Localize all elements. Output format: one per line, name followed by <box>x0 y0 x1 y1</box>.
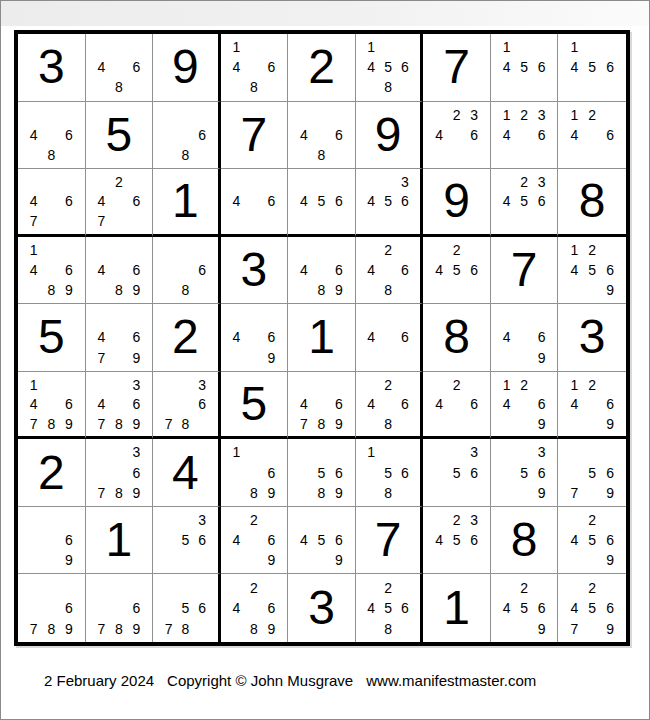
pencil-digit-slot <box>60 375 78 395</box>
pencil-digit-slot: 4 <box>565 57 583 77</box>
big-digit: 1 <box>443 584 470 632</box>
pencil-digit-slot <box>515 125 533 145</box>
pencil-digit-slot: 6 <box>60 530 78 550</box>
big-digit: 9 <box>172 43 199 91</box>
pencil-digit-slot <box>194 577 211 598</box>
pencil-digit-slot <box>263 77 281 97</box>
pencil-digit-slot <box>43 577 61 598</box>
pencil-digit-slot: 9 <box>330 483 348 503</box>
pencil-digit-slot <box>245 550 263 570</box>
pencil-digit-slot: 8 <box>43 145 61 165</box>
pencil-digit-slot: 9 <box>533 414 551 434</box>
pencil-digit-slot: 2 <box>583 510 601 530</box>
pencil-digit-slot <box>601 77 619 97</box>
cell-r2c1[interactable]: 468 <box>18 102 86 170</box>
pencil-digit-slot: 9 <box>128 618 146 639</box>
pencil-digit-slot: 8 <box>43 618 61 639</box>
pencil-digit-slot <box>160 510 177 530</box>
pencil-digit-slot <box>313 510 331 530</box>
pencil-digit-slot <box>295 105 313 125</box>
pencil-digit-slot <box>60 510 78 530</box>
pencil-digit-slot: 4 <box>498 57 516 77</box>
pencil-digit-slot: 8 <box>177 414 194 434</box>
cell-r6c1[interactable]: 146789 <box>18 372 86 440</box>
cell-r8c4[interactable]: 2469 <box>221 507 289 575</box>
pencil-digit-slot: 6 <box>194 125 211 145</box>
pencil-digit-slot <box>194 414 211 434</box>
footer-copyright: Copyright © John Musgrave <box>167 672 353 689</box>
cell-r3c4[interactable]: 46 <box>221 169 289 237</box>
cell-r9c5[interactable]: 3 <box>288 574 356 642</box>
pencil-digit-slot <box>295 280 313 300</box>
pencil-digit-slot <box>363 618 380 639</box>
cell-r2c2[interactable]: 5 <box>86 102 154 170</box>
pencil-marks: 346789 <box>93 375 146 434</box>
pencil-digit-slot <box>313 172 331 192</box>
cell-r9c3[interactable]: 5678 <box>153 574 221 642</box>
pencil-digit-slot: 4 <box>498 598 516 619</box>
pencil-digit-slot: 4 <box>25 394 43 414</box>
pencil-digit-slot <box>380 211 397 231</box>
cell-r1c3[interactable]: 9 <box>153 34 221 102</box>
pencil-digit-slot <box>465 145 483 165</box>
pencil-marks: 1456 <box>565 37 619 98</box>
pencil-digit-slot: 8 <box>245 77 263 97</box>
pencil-digit-slot <box>498 414 516 434</box>
pencil-digit-slot: 5 <box>448 463 466 483</box>
pencil-digit-slot <box>110 211 128 231</box>
pencil-digit-slot <box>93 37 111 57</box>
pencil-marks: 2469 <box>228 510 281 571</box>
cell-r6c3[interactable]: 3678 <box>153 372 221 440</box>
cell-r1c8[interactable]: 1456 <box>491 34 559 102</box>
cell-r4c9[interactable]: 124569 <box>558 237 626 305</box>
cell-r2c3[interactable]: 68 <box>153 102 221 170</box>
cell-r6c5[interactable]: 46789 <box>288 372 356 440</box>
pencil-digit-slot: 5 <box>515 57 533 77</box>
pencil-marks: 5679 <box>565 442 619 503</box>
cell-r2c9[interactable]: 1246 <box>558 102 626 170</box>
pencil-digit-slot <box>228 483 246 503</box>
pencil-digit-slot: 2 <box>448 375 466 395</box>
cell-r5c5[interactable]: 1 <box>288 304 356 372</box>
pencil-digit-slot: 8 <box>110 483 128 503</box>
pencil-digit-slot <box>515 327 533 347</box>
cell-r4c3[interactable]: 68 <box>153 237 221 305</box>
pencil-digit-slot: 7 <box>93 211 111 231</box>
pencil-digit-slot: 6 <box>465 530 483 550</box>
pencil-digit-slot <box>228 211 246 231</box>
pencil-digit-slot <box>43 192 61 212</box>
pencil-digit-slot <box>430 280 448 300</box>
pencil-digit-slot <box>295 463 313 483</box>
pencil-digit-slot <box>128 211 146 231</box>
pencil-digit-slot: 6 <box>601 598 619 619</box>
pencil-digit-slot <box>194 550 211 570</box>
pencil-digit-slot <box>160 577 177 598</box>
pencil-digit-slot: 2 <box>583 105 601 125</box>
pencil-digit-slot: 9 <box>330 414 348 434</box>
pencil-digit-slot: 6 <box>60 125 78 145</box>
pencil-digit-slot <box>160 394 177 414</box>
pencil-digit-slot: 1 <box>25 240 43 260</box>
pencil-digit-slot <box>363 463 380 483</box>
pencil-marks: 6789 <box>93 577 146 639</box>
pencil-digit-slot: 3 <box>128 375 146 395</box>
pencil-digit-slot: 9 <box>263 483 281 503</box>
pencil-digit-slot: 6 <box>263 463 281 483</box>
cell-r6c9[interactable]: 12469 <box>558 372 626 440</box>
pencil-digit-slot <box>515 414 533 434</box>
cell-r5c9[interactable]: 3 <box>558 304 626 372</box>
pencil-digit-slot: 4 <box>228 530 246 550</box>
pencil-digit-slot: 4 <box>430 260 448 280</box>
cell-r8c8[interactable]: 8 <box>491 507 559 575</box>
pencil-digit-slot <box>160 530 177 550</box>
pencil-digit-slot: 6 <box>396 327 413 347</box>
pencil-digit-slot <box>43 125 61 145</box>
pencil-digit-slot <box>601 145 619 165</box>
pencil-digit-slot <box>363 375 380 395</box>
pencil-digit-slot: 4 <box>363 57 380 77</box>
big-digit: 9 <box>443 177 470 225</box>
cell-r1c6[interactable]: 14568 <box>356 34 424 102</box>
pencil-digit-slot: 6 <box>194 598 211 619</box>
pencil-digit-slot <box>396 211 413 231</box>
pencil-digit-slot: 6 <box>60 192 78 212</box>
pencil-digit-slot: 7 <box>160 414 177 434</box>
pencil-digit-slot <box>565 510 583 530</box>
cell-r1c2[interactable]: 468 <box>86 34 154 102</box>
pencil-digit-slot <box>93 307 111 327</box>
pencil-digit-slot: 3 <box>194 510 211 530</box>
cell-r3c1[interactable]: 467 <box>18 169 86 237</box>
pencil-digit-slot: 6 <box>330 125 348 145</box>
big-digit: 7 <box>375 516 402 564</box>
cell-r5c1[interactable]: 5 <box>18 304 86 372</box>
pencil-digit-slot <box>110 394 128 414</box>
pencil-digit-slot: 2 <box>515 375 533 395</box>
pencil-digit-slot: 6 <box>601 530 619 550</box>
cell-r9c9[interactable]: 245679 <box>558 574 626 642</box>
cell-r5c4[interactable]: 469 <box>221 304 289 372</box>
pencil-digit-slot <box>43 240 61 260</box>
pencil-digit-slot <box>380 348 397 368</box>
cell-r8c1[interactable]: 69 <box>18 507 86 575</box>
cell-r6c6[interactable]: 2468 <box>356 372 424 440</box>
pencil-digit-slot <box>295 172 313 192</box>
cell-r3c8[interactable]: 23456 <box>491 169 559 237</box>
pencil-digit-slot <box>110 327 128 347</box>
pencil-digit-slot: 5 <box>583 530 601 550</box>
pencil-digit-slot: 9 <box>263 618 281 639</box>
cell-r8c5[interactable]: 4569 <box>288 507 356 575</box>
pencil-digit-slot: 4 <box>25 125 43 145</box>
pencil-digit-slot: 6 <box>128 598 146 619</box>
big-digit: 8 <box>443 313 470 361</box>
pencil-digit-slot <box>60 211 78 231</box>
pencil-digit-slot <box>396 77 413 97</box>
pencil-marks: 5678 <box>160 577 211 639</box>
pencil-digit-slot <box>177 550 194 570</box>
pencil-digit-slot <box>498 307 516 327</box>
pencil-digit-slot <box>194 618 211 639</box>
pencil-digit-slot: 9 <box>533 348 551 368</box>
pencil-digit-slot: 9 <box>601 618 619 639</box>
cell-r2c8[interactable]: 12346 <box>491 102 559 170</box>
pencil-digit-slot: 6 <box>263 598 281 619</box>
pencil-digit-slot <box>533 307 551 327</box>
pencil-marks: 12469 <box>498 375 551 434</box>
pencil-digit-slot: 1 <box>565 375 583 395</box>
pencil-digit-slot <box>93 77 111 97</box>
cell-r6c4[interactable]: 5 <box>221 372 289 440</box>
pencil-marks: 69 <box>25 510 78 571</box>
cell-r2c4[interactable]: 7 <box>221 102 289 170</box>
pencil-digit-slot: 4 <box>565 125 583 145</box>
page: 3468914682145687145614564685687468923461… <box>0 0 650 720</box>
cell-r1c5[interactable]: 2 <box>288 34 356 102</box>
pencil-digit-slot <box>465 375 483 395</box>
cell-r3c6[interactable]: 3456 <box>356 169 424 237</box>
pencil-digit-slot: 4 <box>565 598 583 619</box>
big-digit: 2 <box>38 449 65 497</box>
cell-r7c9[interactable]: 5679 <box>558 439 626 507</box>
pencil-digit-slot <box>313 394 331 414</box>
pencil-digit-slot: 5 <box>313 192 331 212</box>
pencil-digit-slot <box>245 530 263 550</box>
pencil-digit-slot <box>43 550 61 570</box>
cell-r7c2[interactable]: 36789 <box>86 439 154 507</box>
pencil-digit-slot: 4 <box>295 394 313 414</box>
pencil-digit-slot: 6 <box>396 463 413 483</box>
pencil-marks: 356 <box>160 510 211 571</box>
big-digit: 9 <box>375 111 402 159</box>
pencil-digit-slot <box>60 240 78 260</box>
big-digit: 7 <box>241 111 268 159</box>
cell-r2c7[interactable]: 2346 <box>423 102 491 170</box>
pencil-digit-slot <box>396 442 413 462</box>
cell-r7c3[interactable]: 4 <box>153 439 221 507</box>
cell-r4c8[interactable]: 7 <box>491 237 559 305</box>
pencil-marks: 14689 <box>25 240 78 301</box>
cell-r9c1[interactable]: 6789 <box>18 574 86 642</box>
pencil-digit-slot <box>228 77 246 97</box>
pencil-digit-slot <box>601 105 619 125</box>
cell-r9c4[interactable]: 24689 <box>221 574 289 642</box>
pencil-marks: 4569 <box>295 510 348 571</box>
pencil-digit-slot <box>465 550 483 570</box>
pencil-digit-slot: 1 <box>228 442 246 462</box>
pencil-digit-slot: 6 <box>396 192 413 212</box>
cell-r3c5[interactable]: 456 <box>288 169 356 237</box>
cell-r7c4[interactable]: 1689 <box>221 439 289 507</box>
pencil-digit-slot: 3 <box>465 442 483 462</box>
pencil-digit-slot: 1 <box>565 37 583 57</box>
pencil-digit-slot: 4 <box>93 394 111 414</box>
cell-r8c6[interactable]: 7 <box>356 507 424 575</box>
pencil-digit-slot: 3 <box>533 172 551 192</box>
cell-r2c6[interactable]: 9 <box>356 102 424 170</box>
pencil-digit-slot <box>245 172 263 192</box>
pencil-digit-slot <box>498 618 516 639</box>
pencil-digit-slot: 6 <box>128 394 146 414</box>
cell-r7c6[interactable]: 1568 <box>356 439 424 507</box>
pencil-digit-slot <box>43 510 61 530</box>
pencil-digit-slot: 6 <box>601 394 619 414</box>
pencil-digit-slot: 4 <box>430 530 448 550</box>
pencil-digit-slot <box>583 145 601 165</box>
pencil-digit-slot <box>465 240 483 260</box>
pencil-digit-slot <box>565 577 583 598</box>
cell-r3c9[interactable]: 8 <box>558 169 626 237</box>
pencil-digit-slot <box>93 375 111 395</box>
pencil-digit-slot <box>515 394 533 414</box>
pencil-digit-slot: 8 <box>313 145 331 165</box>
pencil-digit-slot <box>313 125 331 145</box>
pencil-digit-slot: 1 <box>565 240 583 260</box>
pencil-marks: 36789 <box>93 442 146 503</box>
pencil-digit-slot <box>363 307 380 327</box>
pencil-marks: 468 <box>93 37 146 98</box>
pencil-digit-slot <box>498 442 516 462</box>
pencil-digit-slot: 7 <box>93 483 111 503</box>
pencil-marks: 246 <box>430 375 483 434</box>
pencil-digit-slot: 3 <box>533 105 551 125</box>
pencil-digit-slot: 6 <box>128 463 146 483</box>
pencil-digit-slot <box>160 260 177 280</box>
pencil-digit-slot <box>263 172 281 192</box>
pencil-digit-slot <box>43 172 61 192</box>
pencil-digit-slot: 5 <box>380 192 397 212</box>
pencil-digit-slot <box>330 145 348 165</box>
cell-r9c2[interactable]: 6789 <box>86 574 154 642</box>
cell-r5c7[interactable]: 8 <box>423 304 491 372</box>
big-digit: 1 <box>105 516 132 564</box>
pencil-digit-slot <box>330 442 348 462</box>
cell-r4c6[interactable]: 2468 <box>356 237 424 305</box>
pencil-digit-slot: 4 <box>363 394 380 414</box>
cell-r7c8[interactable]: 3569 <box>491 439 559 507</box>
cell-r7c5[interactable]: 5689 <box>288 439 356 507</box>
cell-r3c7[interactable]: 9 <box>423 169 491 237</box>
cell-r3c2[interactable]: 2467 <box>86 169 154 237</box>
pencil-digit-slot: 2 <box>448 240 466 260</box>
pencil-digit-slot <box>448 550 466 570</box>
pencil-digit-slot: 9 <box>263 550 281 570</box>
pencil-marks: 4679 <box>93 307 146 368</box>
pencil-digit-slot: 1 <box>228 37 246 57</box>
pencil-marks: 24569 <box>565 510 619 571</box>
pencil-digit-slot <box>43 598 61 619</box>
big-digit: 7 <box>443 43 470 91</box>
cell-r8c7[interactable]: 23456 <box>423 507 491 575</box>
cell-r8c2[interactable]: 1 <box>86 507 154 575</box>
cell-r5c3[interactable]: 2 <box>153 304 221 372</box>
pencil-digit-slot <box>533 375 551 395</box>
pencil-digit-slot: 2 <box>583 577 601 598</box>
cell-r1c9[interactable]: 1456 <box>558 34 626 102</box>
pencil-digit-slot <box>160 375 177 395</box>
cell-r2c5[interactable]: 468 <box>288 102 356 170</box>
pencil-digit-slot <box>110 577 128 598</box>
pencil-digit-slot: 9 <box>128 348 146 368</box>
pencil-digit-slot <box>601 375 619 395</box>
pencil-digit-slot <box>448 280 466 300</box>
cell-r7c7[interactable]: 356 <box>423 439 491 507</box>
pencil-digit-slot <box>263 442 281 462</box>
pencil-digit-slot: 2 <box>583 240 601 260</box>
pencil-digit-slot <box>245 57 263 77</box>
pencil-digit-slot: 3 <box>533 442 551 462</box>
cell-r9c6[interactable]: 24568 <box>356 574 424 642</box>
cell-r4c2[interactable]: 4689 <box>86 237 154 305</box>
cell-r4c1[interactable]: 14689 <box>18 237 86 305</box>
cell-r6c2[interactable]: 346789 <box>86 372 154 440</box>
cell-r9c8[interactable]: 24569 <box>491 574 559 642</box>
cell-r1c1[interactable]: 3 <box>18 34 86 102</box>
cell-r4c4[interactable]: 3 <box>221 237 289 305</box>
pencil-digit-slot: 7 <box>25 618 43 639</box>
cell-r1c7[interactable]: 7 <box>423 34 491 102</box>
pencil-digit-slot <box>245 211 263 231</box>
pencil-digit-slot <box>515 211 533 231</box>
pencil-digit-slot: 6 <box>533 192 551 212</box>
pencil-digit-slot <box>583 442 601 462</box>
cell-r8c3[interactable]: 356 <box>153 507 221 575</box>
pencil-marks: 46789 <box>295 375 348 434</box>
pencil-marks: 356 <box>430 442 483 503</box>
cell-r5c8[interactable]: 469 <box>491 304 559 372</box>
cell-r9c7[interactable]: 1 <box>423 574 491 642</box>
pencil-digit-slot <box>110 348 128 368</box>
pencil-digit-slot <box>380 327 397 347</box>
pencil-digit-slot: 3 <box>396 172 413 192</box>
cell-r4c5[interactable]: 4689 <box>288 237 356 305</box>
cell-r6c8[interactable]: 12469 <box>491 372 559 440</box>
pencil-digit-slot: 9 <box>60 550 78 570</box>
pencil-digit-slot <box>313 550 331 570</box>
pencil-digit-slot: 5 <box>177 598 194 619</box>
pencil-digit-slot: 2 <box>515 105 533 125</box>
cell-r3c3[interactable]: 1 <box>153 169 221 237</box>
pencil-digit-slot <box>601 240 619 260</box>
pencil-digit-slot: 7 <box>93 618 111 639</box>
pencil-digit-slot <box>43 211 61 231</box>
pencil-digit-slot <box>515 442 533 462</box>
pencil-digit-slot: 4 <box>228 192 246 212</box>
pencil-digit-slot: 7 <box>93 414 111 434</box>
cell-r5c2[interactable]: 4679 <box>86 304 154 372</box>
pencil-digit-slot <box>363 172 380 192</box>
pencil-digit-slot <box>128 37 146 57</box>
pencil-digit-slot: 6 <box>128 57 146 77</box>
pencil-digit-slot: 3 <box>194 375 211 395</box>
cell-r5c6[interactable]: 46 <box>356 304 424 372</box>
cell-r7c1[interactable]: 2 <box>18 439 86 507</box>
pencil-digit-slot <box>295 510 313 530</box>
cell-r6c7[interactable]: 246 <box>423 372 491 440</box>
pencil-digit-slot: 6 <box>465 394 483 414</box>
pencil-digit-slot: 4 <box>93 57 111 77</box>
pencil-digit-slot: 5 <box>380 598 397 619</box>
cell-r4c7[interactable]: 2456 <box>423 237 491 305</box>
cell-r1c4[interactable]: 1468 <box>221 34 289 102</box>
pencil-marks: 468 <box>25 105 78 166</box>
pencil-digit-slot <box>498 577 516 598</box>
pencil-digit-slot <box>60 172 78 192</box>
cell-r8c9[interactable]: 24569 <box>558 507 626 575</box>
